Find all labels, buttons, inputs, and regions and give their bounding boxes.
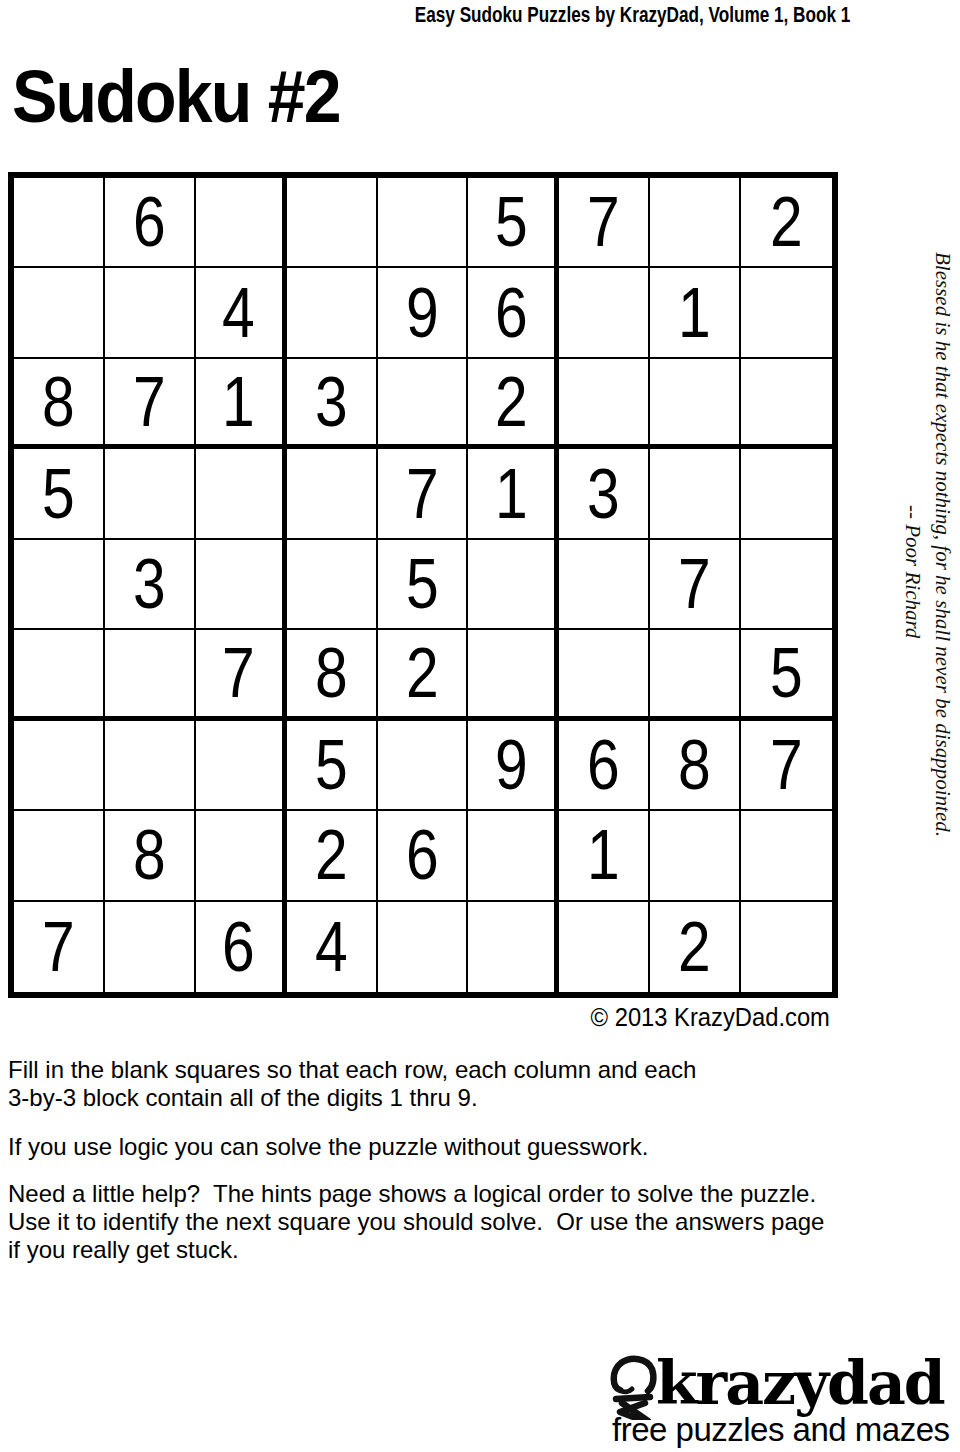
cell-r2c6[interactable]: 6: [468, 268, 559, 358]
cell-r3c6[interactable]: 2: [468, 359, 559, 449]
cell-r5c5[interactable]: 5: [378, 540, 469, 630]
cell-r8c7[interactable]: 1: [559, 811, 650, 901]
cell-r5c1[interactable]: [14, 540, 105, 630]
cell-r3c1[interactable]: 8: [14, 359, 105, 449]
cell-r8c8[interactable]: [650, 811, 741, 901]
cell-r7c8[interactable]: 8: [650, 721, 741, 811]
cell-r2c4[interactable]: [287, 268, 378, 358]
cell-r2c3[interactable]: 4: [196, 268, 287, 358]
given-digit: 7: [133, 367, 166, 437]
instructions: Fill in the blank squares so that each r…: [8, 1056, 824, 1264]
given-digit: 9: [495, 730, 528, 800]
cell-r5c7[interactable]: [559, 540, 650, 630]
cell-r6c8[interactable]: [650, 630, 741, 720]
cell-r4c7[interactable]: 3: [559, 449, 650, 539]
margin-quote: Blessed is he that expects nothing, for …: [897, 252, 958, 892]
cell-r6c1[interactable]: [14, 630, 105, 720]
cell-r8c3[interactable]: [196, 811, 287, 901]
cell-r1c7[interactable]: 7: [559, 178, 650, 268]
given-digit: 1: [678, 278, 711, 348]
cell-r4c5[interactable]: 7: [378, 449, 469, 539]
cell-r9c4[interactable]: 4: [287, 902, 378, 992]
given-digit: 2: [770, 187, 803, 257]
given-digit: 6: [406, 820, 439, 890]
cell-r7c1[interactable]: [14, 721, 105, 811]
instruction-line: If you use logic you can solve the puzzl…: [8, 1133, 824, 1161]
cell-r6c2[interactable]: [105, 630, 196, 720]
cell-r3c2[interactable]: 7: [105, 359, 196, 449]
cell-r5c9[interactable]: [741, 540, 832, 630]
given-digit: 6: [133, 187, 166, 257]
page-root: { "game": "sudoku", "position": "0600057…: [0, 0, 960, 1452]
cell-r7c3[interactable]: [196, 721, 287, 811]
cell-r9c3[interactable]: 6: [196, 902, 287, 992]
cell-r2c8[interactable]: 1: [650, 268, 741, 358]
cell-r2c1[interactable]: [14, 268, 105, 358]
cell-r5c4[interactable]: [287, 540, 378, 630]
cell-r9c8[interactable]: 2: [650, 902, 741, 992]
cell-r6c3[interactable]: 7: [196, 630, 287, 720]
cell-r3c4[interactable]: 3: [287, 359, 378, 449]
cell-r8c9[interactable]: [741, 811, 832, 901]
given-digit: 4: [315, 912, 348, 982]
krazydad-logo: krazydad free puzzles and mazes: [608, 1350, 953, 1450]
given-digit: 3: [587, 459, 620, 529]
given-digit: 7: [222, 638, 255, 708]
cell-r1c3[interactable]: [196, 178, 287, 268]
cell-r3c3[interactable]: 1: [196, 359, 287, 449]
cell-r4c8[interactable]: [650, 449, 741, 539]
cell-r4c3[interactable]: [196, 449, 287, 539]
cell-r8c5[interactable]: 6: [378, 811, 469, 901]
cell-r7c6[interactable]: 9: [468, 721, 559, 811]
given-digit: 5: [406, 549, 439, 619]
cell-r9c5[interactable]: [378, 902, 469, 992]
cell-r4c2[interactable]: [105, 449, 196, 539]
cell-r2c5[interactable]: 9: [378, 268, 469, 358]
cell-r8c1[interactable]: [14, 811, 105, 901]
cell-r5c2[interactable]: 3: [105, 540, 196, 630]
cell-r5c3[interactable]: [196, 540, 287, 630]
cell-r9c2[interactable]: [105, 902, 196, 992]
given-digit: 1: [587, 820, 620, 890]
cell-r7c2[interactable]: [105, 721, 196, 811]
quote-attribution: -- Poor Richard: [897, 252, 927, 892]
cell-r9c9[interactable]: [741, 902, 832, 992]
given-digit: 7: [587, 187, 620, 257]
given-digit: 4: [222, 278, 255, 348]
given-digit: 6: [587, 730, 620, 800]
given-digit: 7: [678, 549, 711, 619]
instruction-line: if you really get stuck.: [8, 1236, 824, 1264]
given-digit: 8: [42, 367, 75, 437]
cell-r6c9[interactable]: 5: [741, 630, 832, 720]
given-digit: 6: [495, 278, 528, 348]
given-digit: 5: [315, 730, 348, 800]
cell-r3c5[interactable]: [378, 359, 469, 449]
given-digit: 1: [222, 367, 255, 437]
given-digit: 5: [42, 459, 75, 529]
cell-r6c6[interactable]: [468, 630, 559, 720]
given-digit: 5: [495, 187, 528, 257]
cell-r7c4[interactable]: 5: [287, 721, 378, 811]
cell-r4c6[interactable]: 1: [468, 449, 559, 539]
given-digit: 5: [770, 638, 803, 708]
cell-r7c5[interactable]: [378, 721, 469, 811]
copyright-line: © 2013 KrazyDad.com: [591, 1003, 830, 1032]
instruction-line: Use it to identify the next square you s…: [8, 1208, 824, 1236]
cell-r6c5[interactable]: 2: [378, 630, 469, 720]
krazydad-doodle-icon: [608, 1352, 658, 1420]
instruction-line: Need a little help? The hints page shows…: [8, 1180, 824, 1208]
cell-r7c7[interactable]: 6: [559, 721, 650, 811]
cell-r1c4[interactable]: [287, 178, 378, 268]
cell-r1c5[interactable]: [378, 178, 469, 268]
cell-r1c2[interactable]: 6: [105, 178, 196, 268]
logo-wordmark: krazydad: [656, 1350, 944, 1416]
given-digit: 2: [315, 820, 348, 890]
cell-r4c4[interactable]: [287, 449, 378, 539]
given-digit: 3: [315, 367, 348, 437]
cell-r2c9[interactable]: [741, 268, 832, 358]
cell-r1c6[interactable]: 5: [468, 178, 559, 268]
cell-r4c9[interactable]: [741, 449, 832, 539]
given-digit: 8: [133, 820, 166, 890]
page-title: Sudoku #2: [12, 54, 340, 139]
cell-r1c8[interactable]: [650, 178, 741, 268]
cell-r7c9[interactable]: 7: [741, 721, 832, 811]
given-digit: 2: [406, 638, 439, 708]
given-digit: 8: [678, 730, 711, 800]
quote-text: Blessed is he that expects nothing, for …: [928, 252, 958, 892]
given-digit: 8: [315, 638, 348, 708]
cell-r4c1[interactable]: 5: [14, 449, 105, 539]
cell-r6c7[interactable]: [559, 630, 650, 720]
given-digit: 7: [406, 459, 439, 529]
cell-r3c7[interactable]: [559, 359, 650, 449]
cell-r8c4[interactable]: 2: [287, 811, 378, 901]
cell-r3c8[interactable]: [650, 359, 741, 449]
instruction-line: Fill in the blank squares so that each r…: [8, 1056, 824, 1084]
cell-r2c7[interactable]: [559, 268, 650, 358]
cell-r8c6[interactable]: [468, 811, 559, 901]
given-digit: 2: [678, 912, 711, 982]
cell-r1c9[interactable]: 2: [741, 178, 832, 268]
cell-r6c4[interactable]: 8: [287, 630, 378, 720]
given-digit: 1: [495, 459, 528, 529]
given-digit: 6: [222, 912, 255, 982]
given-digit: 7: [770, 730, 803, 800]
given-digit: 7: [42, 912, 75, 982]
instruction-line: 3-by-3 block contain all of the digits 1…: [8, 1084, 824, 1112]
cell-r9c6[interactable]: [468, 902, 559, 992]
cell-r9c7[interactable]: [559, 902, 650, 992]
cell-r1c1[interactable]: [14, 178, 105, 268]
cell-r5c6[interactable]: [468, 540, 559, 630]
sudoku-grid: 6572496187132571335778255968782617642: [8, 172, 838, 998]
cell-r2c2[interactable]: [105, 268, 196, 358]
given-digit: 3: [133, 549, 166, 619]
cell-r5c8[interactable]: 7: [650, 540, 741, 630]
cell-r9c1[interactable]: 7: [14, 902, 105, 992]
cell-r3c9[interactable]: [741, 359, 832, 449]
given-digit: 9: [406, 278, 439, 348]
logo-tagline: free puzzles and mazes: [612, 1412, 950, 1448]
cell-r8c2[interactable]: 8: [105, 811, 196, 901]
given-digit: 2: [495, 367, 528, 437]
booklet-header: Easy Sudoku Puzzles by KrazyDad, Volume …: [415, 2, 850, 28]
